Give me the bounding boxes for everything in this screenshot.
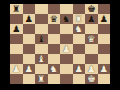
square-g3[interactable]: [85, 54, 98, 64]
square-h4[interactable]: [98, 44, 111, 54]
square-e4[interactable]: ♟: [60, 44, 73, 54]
square-h7[interactable]: ♟: [98, 14, 111, 24]
square-a3[interactable]: [10, 54, 23, 64]
square-f8[interactable]: [73, 4, 86, 14]
square-f7[interactable]: ♜: [73, 14, 86, 24]
white-bishop[interactable]: ♝: [37, 54, 46, 64]
square-e8[interactable]: [60, 4, 73, 14]
square-e2[interactable]: [60, 64, 73, 74]
square-f1[interactable]: [73, 74, 86, 84]
white-king[interactable]: ♚: [87, 74, 96, 84]
black-pawn[interactable]: ♟: [24, 14, 33, 24]
white-knight[interactable]: ♞: [49, 64, 58, 74]
square-e3[interactable]: [60, 54, 73, 64]
square-g1[interactable]: ♚: [85, 74, 98, 84]
white-knight[interactable]: ♞: [74, 24, 83, 34]
white-rook[interactable]: ♜: [74, 14, 83, 24]
black-king[interactable]: ♚: [87, 4, 96, 14]
square-c6[interactable]: [35, 24, 48, 34]
black-queen[interactable]: ♛: [49, 14, 58, 24]
square-e6[interactable]: [60, 24, 73, 34]
square-c7[interactable]: [35, 14, 48, 24]
square-b8[interactable]: [23, 4, 36, 14]
square-h3[interactable]: [98, 54, 111, 64]
black-bishop[interactable]: ♝: [37, 34, 46, 44]
square-a6[interactable]: ♟: [10, 24, 23, 34]
square-a2[interactable]: ♟: [10, 64, 23, 74]
square-c3[interactable]: ♝: [35, 54, 48, 64]
black-pawn[interactable]: ♟: [99, 14, 108, 24]
square-d3[interactable]: [48, 54, 61, 64]
square-a4[interactable]: [10, 44, 23, 54]
square-e1[interactable]: [60, 74, 73, 84]
square-c4[interactable]: [35, 44, 48, 54]
square-f3[interactable]: [73, 54, 86, 64]
square-e7[interactable]: ♞: [60, 14, 73, 24]
white-rook[interactable]: ♜: [37, 74, 46, 84]
square-h6[interactable]: [98, 24, 111, 34]
square-b2[interactable]: ♟: [23, 64, 36, 74]
square-f2[interactable]: ♟: [73, 64, 86, 74]
black-knight[interactable]: ♞: [62, 14, 71, 24]
square-g6[interactable]: [85, 24, 98, 34]
square-g5[interactable]: ♛: [85, 34, 98, 44]
white-pawn[interactable]: ♟: [12, 64, 21, 74]
square-d4[interactable]: [48, 44, 61, 54]
white-pawn[interactable]: ♟: [62, 44, 71, 54]
square-d1[interactable]: [48, 74, 61, 84]
square-b5[interactable]: [23, 34, 36, 44]
square-a5[interactable]: [10, 34, 23, 44]
white-pawn[interactable]: ♟: [24, 64, 33, 74]
square-a8[interactable]: ♜: [10, 4, 23, 14]
square-h1[interactable]: [98, 74, 111, 84]
square-g2[interactable]: ♟: [85, 64, 98, 74]
square-c2[interactable]: [35, 64, 48, 74]
letterbox-background: ♜♚♟♛♞♜♟♟♟♞♝♛♟♝♟♟♞♟♟♟♜♚: [0, 0, 120, 90]
square-a1[interactable]: [10, 74, 23, 84]
square-d2[interactable]: ♞: [48, 64, 61, 74]
chess-board: ♜♚♟♛♞♜♟♟♟♞♝♛♟♝♟♟♞♟♟♟♜♚: [10, 4, 110, 84]
square-e5[interactable]: [60, 34, 73, 44]
square-f5[interactable]: [73, 34, 86, 44]
square-g8[interactable]: ♚: [85, 4, 98, 14]
square-c8[interactable]: [35, 4, 48, 14]
white-pawn[interactable]: ♟: [99, 64, 108, 74]
black-pawn[interactable]: ♟: [12, 24, 21, 34]
square-f6[interactable]: ♞: [73, 24, 86, 34]
black-rook[interactable]: ♜: [12, 4, 21, 14]
square-c1[interactable]: ♜: [35, 74, 48, 84]
square-d8[interactable]: [48, 4, 61, 14]
square-f4[interactable]: [73, 44, 86, 54]
white-queen[interactable]: ♛: [87, 34, 96, 44]
square-h2[interactable]: ♟: [98, 64, 111, 74]
square-d6[interactable]: [48, 24, 61, 34]
square-c5[interactable]: ♝: [35, 34, 48, 44]
square-b1[interactable]: [23, 74, 36, 84]
square-g7[interactable]: ♟: [85, 14, 98, 24]
square-b3[interactable]: [23, 54, 36, 64]
white-pawn[interactable]: ♟: [87, 64, 96, 74]
square-h8[interactable]: [98, 4, 111, 14]
square-d7[interactable]: ♛: [48, 14, 61, 24]
black-pawn[interactable]: ♟: [87, 14, 96, 24]
white-pawn[interactable]: ♟: [74, 64, 83, 74]
square-a7[interactable]: [10, 14, 23, 24]
square-b7[interactable]: ♟: [23, 14, 36, 24]
square-g4[interactable]: [85, 44, 98, 54]
square-b4[interactable]: [23, 44, 36, 54]
square-h5[interactable]: [98, 34, 111, 44]
square-b6[interactable]: [23, 24, 36, 34]
square-d5[interactable]: [48, 34, 61, 44]
